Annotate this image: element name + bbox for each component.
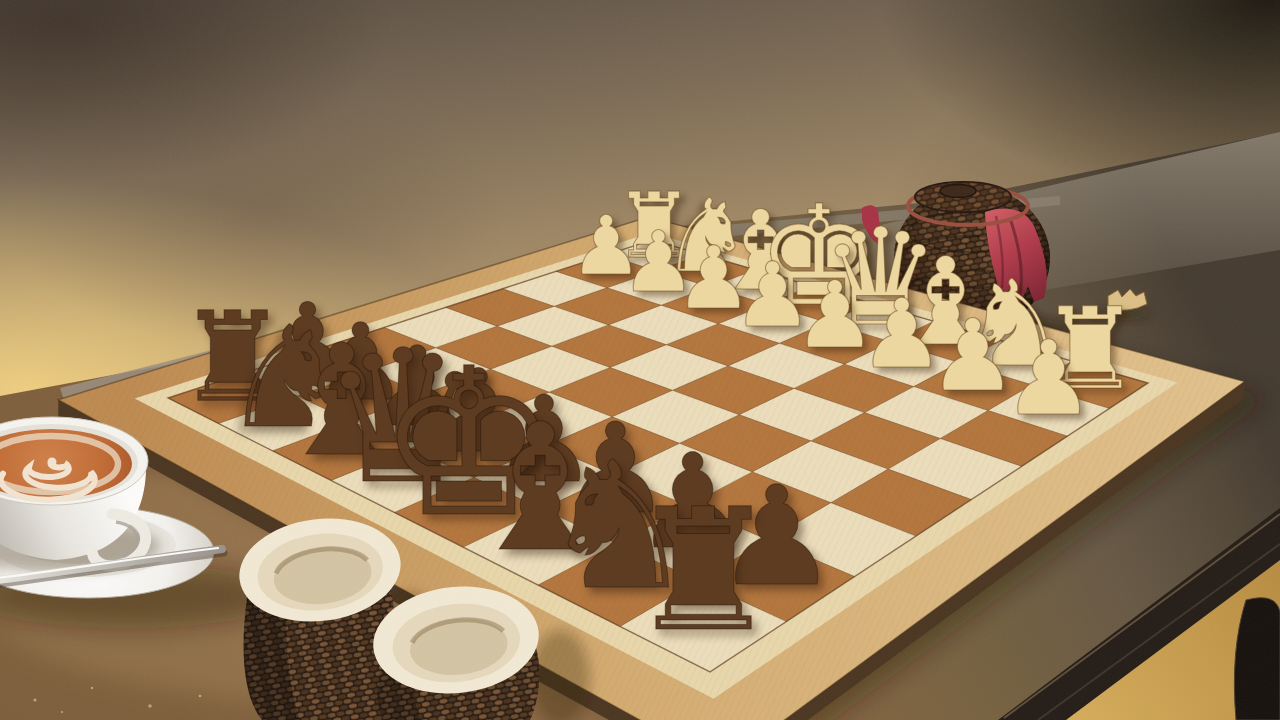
film-grain [0,0,1280,720]
scene-art [0,0,1280,720]
scene: ♜♞♝♚♛♝♞♜♟♟♟♟♟♟♟♟♟♟♟♟♟♟♟♟♜♞♝♛♚♝♞♜ [0,0,1280,720]
